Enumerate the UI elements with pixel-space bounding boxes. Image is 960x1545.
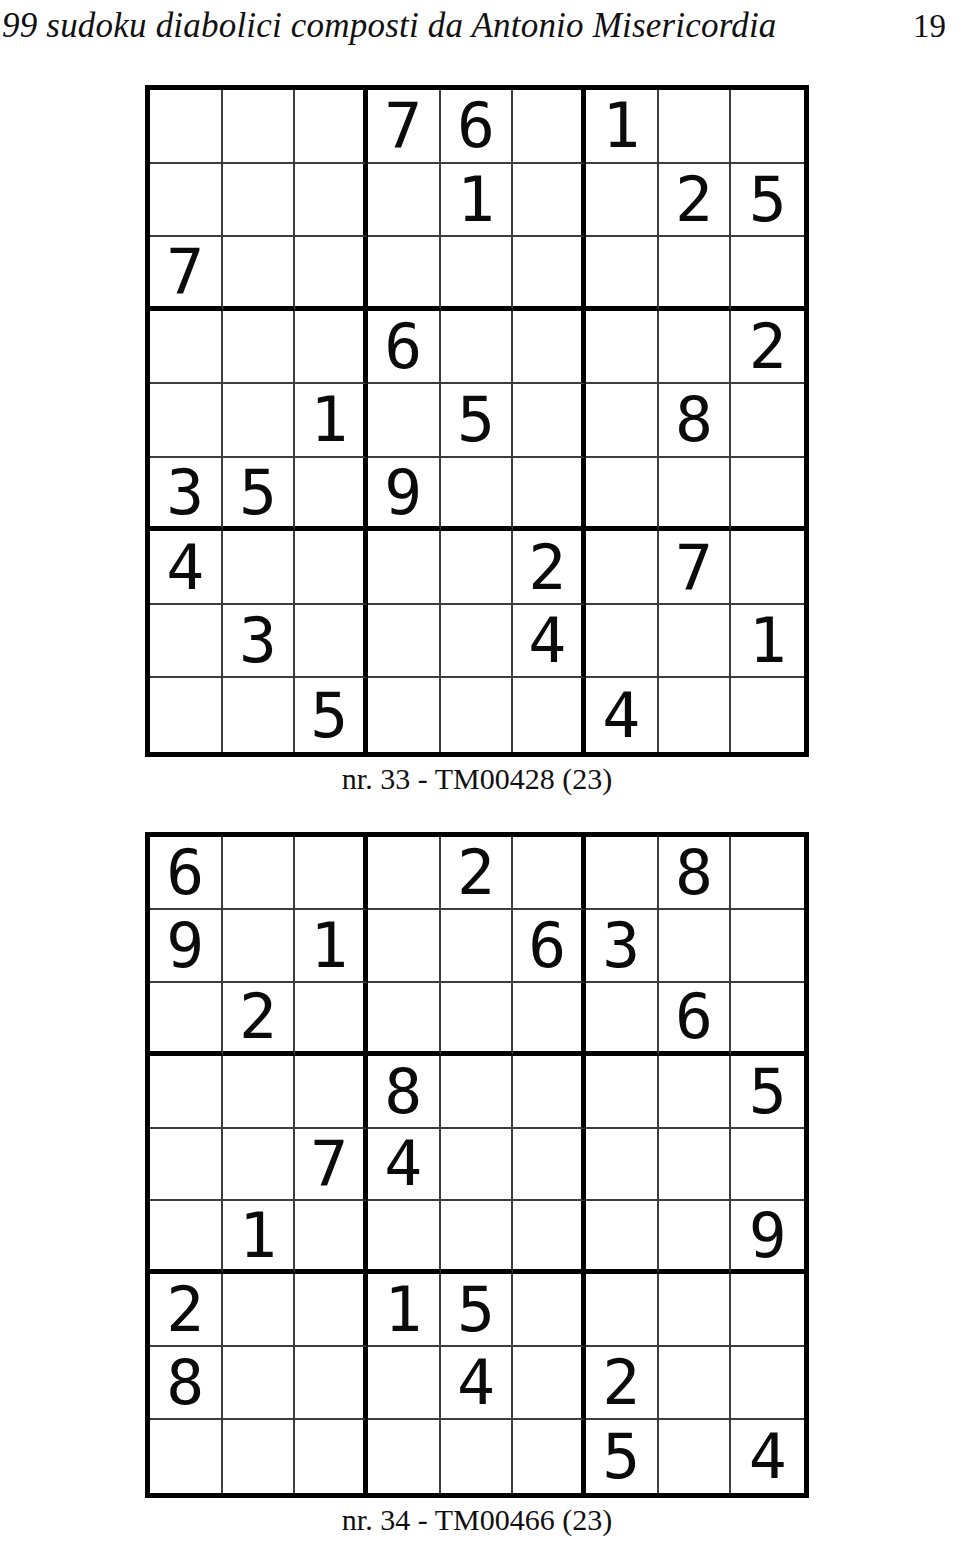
cell-r1c8: 8 <box>659 837 732 910</box>
cell-r3c1: 7 <box>150 237 223 311</box>
cell-r4c6 <box>513 311 586 385</box>
cell-r5c9 <box>731 1129 804 1202</box>
cell-r6c2: 5 <box>223 458 296 532</box>
cell-r9c1 <box>150 1420 223 1493</box>
cell-r2c6 <box>513 164 586 238</box>
cell-r4c2 <box>223 1056 296 1129</box>
cell-r8c7: 2 <box>586 1347 659 1420</box>
cell-r6c3 <box>295 1201 368 1274</box>
cell-r6c8 <box>659 1201 732 1274</box>
cell-r4c7 <box>586 311 659 385</box>
cell-r7c4 <box>368 531 441 605</box>
running-title: 99 sudoku diabolici composti da Antonio … <box>2 6 777 46</box>
cell-r2c2 <box>223 910 296 983</box>
cell-r1c4 <box>368 837 441 910</box>
cell-r8c1: 8 <box>150 1347 223 1420</box>
cell-r7c7 <box>586 1274 659 1347</box>
cell-r7c6 <box>513 1274 586 1347</box>
cell-r1c3 <box>295 837 368 910</box>
cell-r5c4 <box>368 384 441 458</box>
cell-r5c1 <box>150 1129 223 1202</box>
cell-r6c6 <box>513 1201 586 1274</box>
cell-r3c4 <box>368 983 441 1056</box>
cell-r2c3: 1 <box>295 910 368 983</box>
cell-r8c2: 3 <box>223 605 296 679</box>
cell-r8c9 <box>731 1347 804 1420</box>
sudoku-board-nr34: 62891632685741921584254 <box>145 832 809 1498</box>
cell-r2c5: 1 <box>441 164 514 238</box>
cell-r2c3 <box>295 164 368 238</box>
cell-r8c6 <box>513 1347 586 1420</box>
cell-r1c1 <box>150 90 223 164</box>
cell-r7c5 <box>441 531 514 605</box>
cell-r1c3 <box>295 90 368 164</box>
cell-r4c4: 6 <box>368 311 441 385</box>
cell-r9c3: 5 <box>295 678 368 752</box>
cell-r5c3: 1 <box>295 384 368 458</box>
cell-r7c9 <box>731 1274 804 1347</box>
cell-r6c5 <box>441 1201 514 1274</box>
cell-r2c9 <box>731 910 804 983</box>
cell-r6c7 <box>586 1201 659 1274</box>
cell-r3c6 <box>513 237 586 311</box>
cell-r5c8 <box>659 1129 732 1202</box>
cell-r6c4 <box>368 1201 441 1274</box>
cell-r6c6 <box>513 458 586 532</box>
cell-r3c5 <box>441 983 514 1056</box>
cell-r2c8 <box>659 910 732 983</box>
cell-r5c9 <box>731 384 804 458</box>
cell-r1c9 <box>731 837 804 910</box>
cell-r6c7 <box>586 458 659 532</box>
cell-r6c9: 9 <box>731 1201 804 1274</box>
cell-r6c2: 1 <box>223 1201 296 1274</box>
cell-r1c1: 6 <box>150 837 223 910</box>
cell-r3c8 <box>659 237 732 311</box>
cell-r1c5: 2 <box>441 837 514 910</box>
cell-r5c4: 4 <box>368 1129 441 1202</box>
cell-r8c5: 4 <box>441 1347 514 1420</box>
cell-r4c9: 5 <box>731 1056 804 1129</box>
cell-r2c2 <box>223 164 296 238</box>
cell-r5c6 <box>513 1129 586 1202</box>
cell-r3c8: 6 <box>659 983 732 1056</box>
cell-r8c4 <box>368 605 441 679</box>
sudoku-board-nr33: 76112576215835942734154 <box>145 85 809 757</box>
cell-r4c1 <box>150 311 223 385</box>
cell-r3c7 <box>586 983 659 1056</box>
cell-r5c3: 7 <box>295 1129 368 1202</box>
cell-r4c4: 8 <box>368 1056 441 1129</box>
cell-r9c8 <box>659 678 732 752</box>
cell-r1c6 <box>513 90 586 164</box>
cell-r3c5 <box>441 237 514 311</box>
cell-r1c7: 1 <box>586 90 659 164</box>
cell-r4c8 <box>659 311 732 385</box>
cell-r9c6 <box>513 678 586 752</box>
cell-r9c4 <box>368 1420 441 1493</box>
cell-r9c8 <box>659 1420 732 1493</box>
cell-r8c3 <box>295 605 368 679</box>
cell-r8c8 <box>659 605 732 679</box>
cell-r1c7 <box>586 837 659 910</box>
cell-r4c3 <box>295 311 368 385</box>
cell-r3c2: 2 <box>223 983 296 1056</box>
cell-r6c3 <box>295 458 368 532</box>
cell-r6c5 <box>441 458 514 532</box>
cell-r1c2 <box>223 837 296 910</box>
cell-r5c8: 8 <box>659 384 732 458</box>
cell-r5c6 <box>513 384 586 458</box>
cell-r7c4: 1 <box>368 1274 441 1347</box>
cell-r2c7 <box>586 164 659 238</box>
cell-r4c3 <box>295 1056 368 1129</box>
page-number: 19 <box>913 8 946 45</box>
cell-r2c7: 3 <box>586 910 659 983</box>
cell-r8c5 <box>441 605 514 679</box>
cell-r3c6 <box>513 983 586 1056</box>
cell-r8c1 <box>150 605 223 679</box>
cell-r1c2 <box>223 90 296 164</box>
puzzle-caption-nr33: nr. 33 - TM00428 (23) <box>145 762 809 796</box>
cell-r3c1 <box>150 983 223 1056</box>
cell-r9c7: 5 <box>586 1420 659 1493</box>
cell-r5c2 <box>223 1129 296 1202</box>
cell-r5c1 <box>150 384 223 458</box>
cell-r6c9 <box>731 458 804 532</box>
cell-r2c4 <box>368 164 441 238</box>
cell-r2c1: 9 <box>150 910 223 983</box>
cell-r3c9 <box>731 237 804 311</box>
cell-r9c3 <box>295 1420 368 1493</box>
cell-r8c4 <box>368 1347 441 1420</box>
page-header: 99 sudoku diabolici composti da Antonio … <box>2 6 946 46</box>
cell-r4c1 <box>150 1056 223 1129</box>
cell-r6c8 <box>659 458 732 532</box>
cell-r7c3 <box>295 1274 368 1347</box>
cell-r1c4: 7 <box>368 90 441 164</box>
cell-r2c1 <box>150 164 223 238</box>
cell-r9c5 <box>441 678 514 752</box>
cell-r4c2 <box>223 311 296 385</box>
cell-r7c5: 5 <box>441 1274 514 1347</box>
cell-r4c9: 2 <box>731 311 804 385</box>
cell-r9c7: 4 <box>586 678 659 752</box>
cell-r3c4 <box>368 237 441 311</box>
cell-r7c9 <box>731 531 804 605</box>
puzzle-caption-nr34: nr. 34 - TM00466 (23) <box>145 1503 809 1537</box>
cell-r6c4: 9 <box>368 458 441 532</box>
cell-r4c7 <box>586 1056 659 1129</box>
cell-r1c8 <box>659 90 732 164</box>
cell-r8c3 <box>295 1347 368 1420</box>
cell-r2c5 <box>441 910 514 983</box>
cell-r3c7 <box>586 237 659 311</box>
cell-r9c2 <box>223 1420 296 1493</box>
cell-r3c3 <box>295 983 368 1056</box>
cell-r4c5 <box>441 311 514 385</box>
cell-r7c1: 2 <box>150 1274 223 1347</box>
cell-r5c7 <box>586 1129 659 1202</box>
cell-r5c2 <box>223 384 296 458</box>
cell-r5c5: 5 <box>441 384 514 458</box>
cell-r9c1 <box>150 678 223 752</box>
cell-r3c3 <box>295 237 368 311</box>
cell-r7c2 <box>223 1274 296 1347</box>
cell-r8c7 <box>586 605 659 679</box>
cell-r6c1: 3 <box>150 458 223 532</box>
cell-r2c4 <box>368 910 441 983</box>
cell-r9c4 <box>368 678 441 752</box>
cell-r4c6 <box>513 1056 586 1129</box>
cell-r9c5 <box>441 1420 514 1493</box>
cell-r9c2 <box>223 678 296 752</box>
cell-r8c6: 4 <box>513 605 586 679</box>
cell-r9c9 <box>731 678 804 752</box>
cell-r4c5 <box>441 1056 514 1129</box>
cell-r1c6 <box>513 837 586 910</box>
cell-r7c8: 7 <box>659 531 732 605</box>
cell-r9c6 <box>513 1420 586 1493</box>
cell-r3c2 <box>223 237 296 311</box>
cell-r8c8 <box>659 1347 732 1420</box>
cell-r4c8 <box>659 1056 732 1129</box>
cell-r5c7 <box>586 384 659 458</box>
cell-r7c3 <box>295 531 368 605</box>
cell-r7c6: 2 <box>513 531 586 605</box>
cell-r7c7 <box>586 531 659 605</box>
cell-r2c9: 5 <box>731 164 804 238</box>
cell-r2c6: 6 <box>513 910 586 983</box>
cell-r7c2 <box>223 531 296 605</box>
cell-r2c8: 2 <box>659 164 732 238</box>
cell-r8c2 <box>223 1347 296 1420</box>
cell-r1c9 <box>731 90 804 164</box>
cell-r1c5: 6 <box>441 90 514 164</box>
cell-r7c1: 4 <box>150 531 223 605</box>
cell-r7c8 <box>659 1274 732 1347</box>
cell-r8c9: 1 <box>731 605 804 679</box>
cell-r3c9 <box>731 983 804 1056</box>
cell-r9c9: 4 <box>731 1420 804 1493</box>
cell-r5c5 <box>441 1129 514 1202</box>
cell-r6c1 <box>150 1201 223 1274</box>
